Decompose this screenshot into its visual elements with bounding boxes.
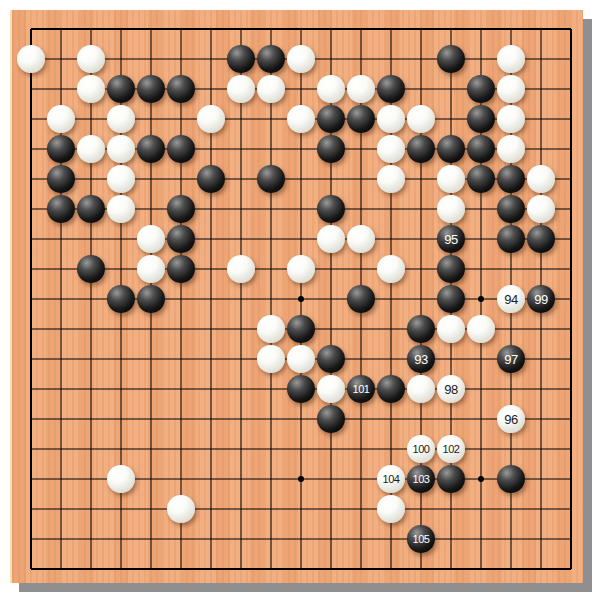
board-grid[interactable]: 95949993971019896100102104103105	[16, 14, 586, 584]
stone-white[interactable]	[377, 135, 405, 163]
stone-white[interactable]	[47, 105, 75, 133]
stone-white[interactable]	[107, 135, 135, 163]
stone-black[interactable]	[287, 375, 315, 403]
stone-black-move-99[interactable]: 99	[527, 285, 555, 313]
stone-white[interactable]	[497, 135, 525, 163]
move-number-label: 100	[413, 444, 430, 455]
stone-white[interactable]	[107, 465, 135, 493]
stone-white-move-104[interactable]: 104	[377, 465, 405, 493]
stone-white[interactable]	[377, 165, 405, 193]
stone-white[interactable]	[107, 195, 135, 223]
stone-white[interactable]	[377, 495, 405, 523]
page: 95949993971019896100102104103105	[0, 0, 600, 600]
stone-white[interactable]	[167, 495, 195, 523]
stone-black-move-95[interactable]: 95	[437, 225, 465, 253]
stone-white[interactable]	[527, 165, 555, 193]
stone-black[interactable]	[497, 465, 525, 493]
stone-white[interactable]	[257, 315, 285, 343]
stone-white[interactable]	[77, 45, 105, 73]
stone-black[interactable]	[467, 75, 495, 103]
stone-black[interactable]	[167, 225, 195, 253]
stone-white[interactable]	[497, 105, 525, 133]
stone-white[interactable]	[77, 75, 105, 103]
stone-white[interactable]	[287, 105, 315, 133]
stone-black[interactable]	[197, 165, 225, 193]
stone-white[interactable]	[377, 255, 405, 283]
stone-black[interactable]	[137, 135, 165, 163]
stone-black[interactable]	[407, 315, 435, 343]
move-number-label: 99	[534, 293, 547, 306]
stone-black[interactable]	[287, 315, 315, 343]
stone-white-move-98[interactable]: 98	[437, 375, 465, 403]
stone-black-move-93[interactable]: 93	[407, 345, 435, 373]
stone-black[interactable]	[497, 165, 525, 193]
stone-black[interactable]	[137, 75, 165, 103]
stone-black[interactable]	[467, 165, 495, 193]
stone-black[interactable]	[107, 285, 135, 313]
stone-black[interactable]	[47, 165, 75, 193]
stone-black[interactable]	[167, 75, 195, 103]
move-number-label: 103	[413, 474, 430, 485]
stone-white[interactable]	[377, 105, 405, 133]
stone-black[interactable]	[137, 285, 165, 313]
stone-black[interactable]	[317, 405, 345, 433]
stone-black[interactable]	[167, 135, 195, 163]
stone-white[interactable]	[437, 165, 465, 193]
stone-white[interactable]	[437, 315, 465, 343]
stone-black[interactable]	[347, 285, 375, 313]
stone-black[interactable]	[77, 195, 105, 223]
stone-black[interactable]	[167, 195, 195, 223]
stone-white[interactable]	[407, 375, 435, 403]
move-number-label: 93	[414, 353, 427, 366]
stone-black-move-97[interactable]: 97	[497, 345, 525, 373]
stone-white[interactable]	[437, 195, 465, 223]
stone-white-move-102[interactable]: 102	[437, 435, 465, 463]
stone-white[interactable]	[137, 225, 165, 253]
move-number-label: 98	[444, 383, 457, 396]
stone-white[interactable]	[497, 75, 525, 103]
stone-white[interactable]	[17, 45, 45, 73]
stone-white[interactable]	[107, 105, 135, 133]
stone-black[interactable]	[257, 165, 285, 193]
stone-black[interactable]	[317, 195, 345, 223]
stone-white[interactable]	[287, 45, 315, 73]
move-number-label: 105	[413, 534, 430, 545]
stone-black[interactable]	[377, 375, 405, 403]
go-board[interactable]: 95949993971019896100102104103105	[10, 10, 583, 583]
stone-black[interactable]	[467, 135, 495, 163]
stone-black[interactable]	[437, 255, 465, 283]
stone-black-move-101[interactable]: 101	[347, 375, 375, 403]
stone-black-move-103[interactable]: 103	[407, 465, 435, 493]
stone-white[interactable]	[197, 105, 225, 133]
move-number-label: 97	[504, 353, 517, 366]
stone-black[interactable]	[167, 255, 195, 283]
stone-black[interactable]	[77, 255, 105, 283]
stone-black[interactable]	[317, 345, 345, 373]
stone-black[interactable]	[47, 195, 75, 223]
stone-white[interactable]	[317, 75, 345, 103]
stone-white[interactable]	[527, 195, 555, 223]
stone-black[interactable]	[47, 135, 75, 163]
stone-white[interactable]	[257, 345, 285, 373]
stone-white-move-94[interactable]: 94	[497, 285, 525, 313]
stone-white[interactable]	[77, 135, 105, 163]
stone-white[interactable]	[287, 345, 315, 373]
stone-white[interactable]	[287, 255, 315, 283]
stone-white[interactable]	[107, 165, 135, 193]
stone-white[interactable]	[347, 225, 375, 253]
stone-black[interactable]	[497, 195, 525, 223]
stone-black[interactable]	[497, 225, 525, 253]
stone-black[interactable]	[377, 75, 405, 103]
move-number-label: 101	[353, 384, 370, 395]
stone-white-move-96[interactable]: 96	[497, 405, 525, 433]
move-number-label: 95	[444, 233, 457, 246]
stone-white[interactable]	[137, 255, 165, 283]
stone-white[interactable]	[227, 75, 255, 103]
move-number-label: 102	[443, 444, 460, 455]
stone-white[interactable]	[317, 375, 345, 403]
stone-white[interactable]	[317, 225, 345, 253]
stone-black[interactable]	[317, 135, 345, 163]
stone-black[interactable]	[227, 45, 255, 73]
stone-black[interactable]	[467, 105, 495, 133]
stone-black[interactable]	[317, 105, 345, 133]
stone-black[interactable]	[347, 105, 375, 133]
stone-black[interactable]	[437, 45, 465, 73]
stone-white[interactable]	[467, 315, 495, 343]
stone-white-move-100[interactable]: 100	[407, 435, 435, 463]
stone-black[interactable]	[437, 285, 465, 313]
stone-white[interactable]	[227, 255, 255, 283]
stone-white[interactable]	[347, 75, 375, 103]
move-number-label: 94	[504, 293, 517, 306]
stone-white[interactable]	[257, 75, 285, 103]
stone-white[interactable]	[407, 105, 435, 133]
stone-white[interactable]	[497, 45, 525, 73]
stone-black[interactable]	[257, 45, 285, 73]
move-number-label: 104	[383, 474, 400, 485]
stone-black[interactable]	[107, 75, 135, 103]
move-number-label: 96	[504, 413, 517, 426]
stone-black-move-105[interactable]: 105	[407, 525, 435, 553]
stone-black[interactable]	[527, 225, 555, 253]
stone-black[interactable]	[437, 135, 465, 163]
stone-black[interactable]	[437, 465, 465, 493]
stone-black[interactable]	[407, 135, 435, 163]
